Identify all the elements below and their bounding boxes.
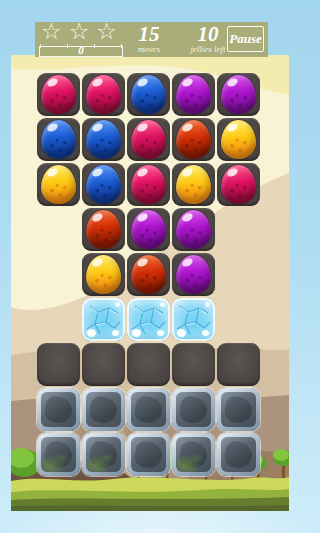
egg-red[interactable]	[176, 120, 211, 159]
stone-block[interactable]	[127, 388, 170, 431]
moves-value: 15	[121, 23, 177, 45]
gloss-highlight	[112, 330, 119, 336]
egg-blue[interactable]	[41, 120, 76, 159]
star-rating: ☆☆☆	[41, 18, 124, 44]
board-cell[interactable]	[172, 433, 215, 476]
egg-yellow[interactable]	[41, 165, 76, 204]
stone-block[interactable]	[37, 388, 80, 431]
board-cell[interactable]	[82, 343, 125, 386]
gloss-highlight	[132, 329, 141, 337]
egg-pink[interactable]	[131, 120, 166, 159]
egg-purple[interactable]	[221, 75, 256, 114]
board-cell[interactable]	[37, 433, 80, 476]
score-value: 0	[40, 44, 122, 57]
board-cell[interactable]	[82, 298, 125, 341]
no-cell	[37, 298, 80, 341]
board-cell[interactable]	[82, 388, 125, 431]
stone-block[interactable]	[82, 433, 125, 476]
stone-block[interactable]	[127, 433, 170, 476]
star-icon: ☆	[41, 18, 69, 44]
egg-pink[interactable]	[41, 75, 76, 114]
stone-block[interactable]	[172, 433, 215, 476]
gloss-highlight	[177, 329, 186, 337]
board-cell[interactable]	[217, 388, 260, 431]
egg-pink[interactable]	[131, 165, 166, 204]
gloss-highlight	[87, 329, 96, 337]
board-cell[interactable]	[172, 388, 215, 431]
stone-core	[41, 392, 76, 427]
board-cell[interactable]	[37, 163, 80, 206]
no-cell	[217, 253, 260, 296]
egg-yellow[interactable]	[86, 255, 121, 294]
egg-blue[interactable]	[131, 75, 166, 114]
board-cell[interactable]	[172, 298, 215, 341]
stone-core	[176, 392, 211, 427]
egg-blue[interactable]	[86, 120, 121, 159]
egg-purple[interactable]	[176, 75, 211, 114]
stone-core	[176, 437, 211, 472]
egg-pink[interactable]	[221, 165, 256, 204]
app-screenshot: { "game": "egg match-3 collapse puzzle (…	[0, 0, 300, 533]
egg-red[interactable]	[131, 255, 166, 294]
no-cell	[217, 208, 260, 251]
board-cell[interactable]	[37, 343, 80, 386]
board-cell[interactable]	[82, 73, 125, 116]
gloss-highlight	[160, 302, 165, 307]
egg-red[interactable]	[86, 210, 121, 249]
board-cell[interactable]	[172, 163, 215, 206]
no-cell	[37, 253, 80, 296]
board-cell[interactable]	[127, 208, 170, 251]
no-cell	[217, 298, 260, 341]
stone-block[interactable]	[217, 433, 260, 476]
star-icon: ☆	[69, 18, 97, 44]
board-cell[interactable]	[172, 343, 215, 386]
pause-button[interactable]: Pause	[227, 26, 264, 52]
board-cell[interactable]	[82, 163, 125, 206]
moves-counter: 15 moves	[121, 23, 177, 54]
board-cell[interactable]	[217, 118, 260, 161]
stone-core	[41, 437, 76, 472]
board-cell[interactable]	[37, 388, 80, 431]
puzzle-board	[37, 73, 260, 476]
stone-core	[131, 437, 166, 472]
board-cell[interactable]	[127, 253, 170, 296]
gloss-highlight	[205, 302, 210, 307]
board-cell[interactable]	[82, 208, 125, 251]
no-cell	[37, 208, 80, 251]
stone-core	[221, 437, 256, 472]
board-cell[interactable]	[37, 118, 80, 161]
board-cell[interactable]	[127, 388, 170, 431]
egg-pink[interactable]	[86, 75, 121, 114]
stone-core	[131, 392, 166, 427]
ice-jelly-block[interactable]	[82, 298, 125, 341]
stone-block[interactable]	[172, 388, 215, 431]
gloss-highlight	[115, 302, 120, 307]
score-meter: 0	[39, 46, 123, 57]
board-cell[interactable]	[127, 298, 170, 341]
ice-jelly-block[interactable]	[127, 298, 170, 341]
stone-core	[86, 392, 121, 427]
gloss-highlight	[202, 330, 209, 336]
stone-block[interactable]	[37, 433, 80, 476]
board-cell[interactable]	[172, 73, 215, 116]
stone-block[interactable]	[217, 388, 260, 431]
board-cell[interactable]	[82, 253, 125, 296]
gloss-highlight	[157, 330, 164, 336]
moves-label: moves	[121, 45, 177, 54]
star-icon: ☆	[96, 18, 124, 44]
egg-purple[interactable]	[176, 255, 211, 294]
egg-yellow[interactable]	[221, 120, 256, 159]
hud-bar: ☆☆☆ 0 15 moves 10 jellies left Pause	[35, 22, 268, 57]
board-cell[interactable]	[172, 208, 215, 251]
ice-jelly-block[interactable]	[172, 298, 215, 341]
stone-core	[221, 392, 256, 427]
board-cell[interactable]	[127, 73, 170, 116]
board-cell[interactable]	[82, 118, 125, 161]
board-cell[interactable]	[217, 163, 260, 206]
board-cell[interactable]	[172, 253, 215, 296]
egg-yellow[interactable]	[176, 165, 211, 204]
board-cell[interactable]	[217, 343, 260, 386]
egg-purple[interactable]	[131, 210, 166, 249]
board-cell[interactable]	[217, 73, 260, 116]
board-cell[interactable]	[127, 343, 170, 386]
board-cell[interactable]	[37, 73, 80, 116]
egg-blue[interactable]	[86, 165, 121, 204]
stone-core	[86, 437, 121, 472]
board-cell[interactable]	[217, 433, 260, 476]
stone-block[interactable]	[82, 388, 125, 431]
game-screen	[11, 55, 289, 511]
board-cell[interactable]	[127, 163, 170, 206]
egg-purple[interactable]	[176, 210, 211, 249]
board-cell[interactable]	[127, 118, 170, 161]
board-cell[interactable]	[172, 118, 215, 161]
board-cell[interactable]	[127, 433, 170, 476]
board-cell[interactable]	[82, 433, 125, 476]
